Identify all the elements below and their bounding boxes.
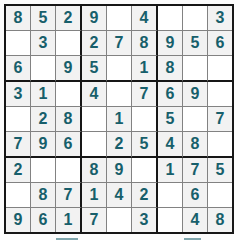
cell-r8c4: 1 (82, 183, 107, 208)
cell-r6c6: 5 (132, 132, 158, 158)
cell-r9c1: 9 (6, 208, 31, 232)
cell-r9c6: 3 (132, 208, 158, 232)
cell-r9c7[interactable] (158, 208, 183, 232)
cell-r3c7: 8 (158, 56, 183, 82)
cell-r5c7: 5 (158, 107, 183, 132)
cell-r7c7: 1 (158, 158, 183, 183)
cell-r2c4: 2 (82, 31, 107, 56)
cell-r8c3: 7 (56, 183, 82, 208)
cell-r4c7: 6 (158, 82, 183, 107)
cell-r3c6: 1 (132, 56, 158, 82)
cell-r1c6: 4 (132, 6, 158, 31)
cell-r2c8: 5 (183, 31, 208, 56)
cell-r1c4: 9 (82, 6, 107, 31)
cell-r7c8: 7 (183, 158, 208, 183)
cell-r3c2[interactable] (31, 56, 56, 82)
cell-r8c9[interactable] (208, 183, 232, 208)
cell-r1c1: 8 (6, 6, 31, 31)
cell-r7c4: 8 (82, 158, 107, 183)
cell-r5c6[interactable] (132, 107, 158, 132)
cell-r6c1: 7 (6, 132, 31, 158)
cell-r1c3: 2 (56, 6, 82, 31)
cell-r8c5: 4 (107, 183, 132, 208)
cell-r8c1[interactable] (6, 183, 31, 208)
cell-r5c1[interactable] (6, 107, 31, 132)
cell-r4c4: 4 (82, 82, 107, 107)
cell-r2c6: 8 (132, 31, 158, 56)
cell-r5c9: 7 (208, 107, 232, 132)
cell-r8c8: 6 (183, 183, 208, 208)
cell-r6c7: 4 (158, 132, 183, 158)
cell-r1c8[interactable] (183, 6, 208, 31)
cell-r7c6[interactable] (132, 158, 158, 183)
cell-r2c9: 6 (208, 31, 232, 56)
cell-r3c9[interactable] (208, 56, 232, 82)
cell-r2c3[interactable] (56, 31, 82, 56)
cell-r7c2[interactable] (31, 158, 56, 183)
cell-r3c3: 9 (56, 56, 82, 82)
cell-r4c1: 3 (6, 82, 31, 107)
cell-r6c5: 2 (107, 132, 132, 158)
cell-r2c1[interactable] (6, 31, 31, 56)
cell-r9c4: 7 (82, 208, 107, 232)
cell-r5c3: 8 (56, 107, 82, 132)
cell-r1c7[interactable] (158, 6, 183, 31)
cell-r6c4[interactable] (82, 132, 107, 158)
cell-r5c8[interactable] (183, 107, 208, 132)
cell-r2c7: 9 (158, 31, 183, 56)
cell-r9c2: 6 (31, 208, 56, 232)
cell-r6c9[interactable] (208, 132, 232, 158)
cell-r3c1: 6 (6, 56, 31, 82)
cell-r3c4: 5 (82, 56, 107, 82)
cell-r7c3[interactable] (56, 158, 82, 183)
cell-r8c7[interactable] (158, 183, 183, 208)
cell-r9c3: 1 (56, 208, 82, 232)
cell-r4c5[interactable] (107, 82, 132, 107)
cell-r3c5[interactable] (107, 56, 132, 82)
cell-r2c5: 7 (107, 31, 132, 56)
cell-r4c3[interactable] (56, 82, 82, 107)
cell-r6c3: 6 (56, 132, 82, 158)
cell-r9c9: 8 (208, 208, 232, 232)
cell-r5c5: 1 (107, 107, 132, 132)
cell-r9c8: 4 (183, 208, 208, 232)
cell-r6c8: 8 (183, 132, 208, 158)
cell-r8c2: 8 (31, 183, 56, 208)
sudoku-widget: 8529433278956695183147692815779625482891… (0, 0, 240, 240)
cell-r5c4[interactable] (82, 107, 107, 132)
cell-r8c6: 2 (132, 183, 158, 208)
cell-r4c2: 1 (31, 82, 56, 107)
cell-r1c9: 3 (208, 6, 232, 31)
cell-r2c2: 3 (31, 31, 56, 56)
cell-r4c9[interactable] (208, 82, 232, 107)
cell-r3c8[interactable] (183, 56, 208, 82)
cell-r7c1: 2 (6, 158, 31, 183)
cell-r7c9: 5 (208, 158, 232, 183)
cell-r1c2: 5 (31, 6, 56, 31)
cell-r5c2: 2 (31, 107, 56, 132)
cell-r7c5: 9 (107, 158, 132, 183)
cell-r1c5[interactable] (107, 6, 132, 31)
cell-r4c6: 7 (132, 82, 158, 107)
cell-r9c5[interactable] (107, 208, 132, 232)
sudoku-board: 8529433278956695183147692815779625482891… (4, 4, 234, 234)
cell-r4c8: 9 (183, 82, 208, 107)
cell-r6c2: 9 (31, 132, 56, 158)
